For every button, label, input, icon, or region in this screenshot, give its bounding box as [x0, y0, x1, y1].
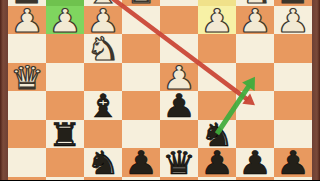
piece-bB-f5[interactable]: ♝ [82, 93, 125, 120]
square-c4[interactable] [198, 63, 236, 92]
chess-board-screenshot: ♜♞♚♝♜♟♟♟♟♟♟♞♟♛♟♝♞♜♟♟♟♛♟♞ [0, 0, 320, 180]
square-h6[interactable] [8, 120, 46, 149]
square-e3[interactable] [122, 34, 160, 63]
piece-wP-c2[interactable]: ♟ [196, 7, 239, 34]
piece-wP-g2[interactable]: ♟ [44, 7, 87, 34]
square-a5[interactable] [274, 91, 312, 120]
square-e4[interactable] [122, 63, 160, 92]
square-g4[interactable] [46, 63, 84, 92]
square-g8[interactable] [46, 177, 84, 181]
chess-board: ♜♞♚♝♜♟♟♟♟♟♟♞♟♛♟♝♞♜♟♟♟♛♟♞ [8, 0, 312, 180]
piece-bN-f7[interactable]: ♞ [82, 150, 125, 177]
square-b4[interactable] [236, 63, 274, 92]
piece-bQ-d7[interactable]: ♛ [158, 150, 201, 177]
piece-wK-e1[interactable]: ♚ [120, 0, 163, 6]
piece-bP-b7[interactable]: ♟ [234, 150, 277, 177]
square-a4[interactable] [274, 63, 312, 92]
piece-bP-c7[interactable]: ♟ [196, 150, 239, 177]
piece-wN-f3[interactable]: ♞ [82, 36, 125, 63]
square-e5[interactable] [122, 91, 160, 120]
piece-bP-a7[interactable]: ♟ [272, 150, 315, 177]
piece-wQ-h4[interactable]: ♛ [6, 64, 49, 91]
piece-bP-d5[interactable]: ♟ [158, 93, 201, 120]
piece-bP-e7[interactable]: ♟ [120, 150, 163, 177]
square-b5[interactable] [236, 91, 274, 120]
piece-wP-b2[interactable]: ♟ [234, 7, 277, 34]
piece-bR-g6[interactable]: ♜ [44, 121, 87, 148]
piece-wP-h2[interactable]: ♟ [6, 7, 49, 34]
piece-wP-a2[interactable]: ♟ [272, 7, 315, 34]
square-d2[interactable] [160, 6, 198, 35]
square-h8[interactable] [8, 177, 46, 181]
square-h7[interactable] [8, 148, 46, 177]
